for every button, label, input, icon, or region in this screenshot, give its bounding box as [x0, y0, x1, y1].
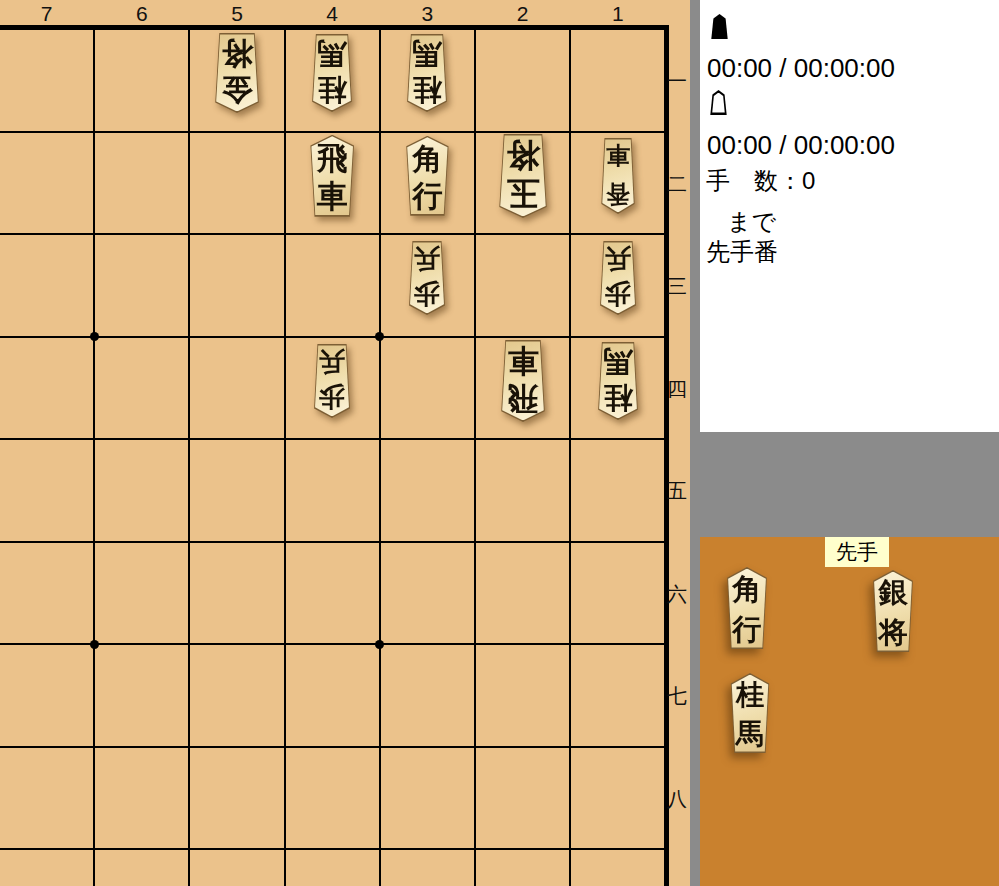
board-square-5-5[interactable]	[189, 439, 284, 542]
piece-kanji: 桂馬	[301, 34, 363, 112]
board-square-6-2[interactable]	[94, 132, 189, 235]
gote-knight-piece[interactable]: 桂馬	[587, 342, 649, 420]
game-info-panel: 00:00 / 00:00:00 00:00 / 00:00:00 手 数：0 …	[700, 0, 999, 432]
move-count-label: 手 数：0	[706, 165, 815, 197]
board-square-4-5[interactable]	[285, 439, 380, 542]
star-point	[90, 332, 99, 341]
board-square-7-7[interactable]	[0, 644, 94, 747]
board-square-4-3[interactable]	[285, 234, 380, 337]
sente-piece-icon	[709, 14, 730, 39]
board-square-5-7[interactable]	[189, 644, 284, 747]
piece-kanji: 玉将	[486, 134, 560, 218]
sente-clock: 00:00 / 00:00:00	[707, 53, 895, 84]
file-label-2: 2	[508, 2, 538, 26]
sente-komadai: 先手 角行銀将桂馬	[700, 537, 999, 886]
piece-kanji: 桂馬	[396, 34, 458, 112]
board-square-2-8[interactable]	[475, 747, 570, 850]
rank-label-4: 四	[664, 376, 690, 403]
piece-kanji: 金将	[203, 33, 271, 113]
board-square-5-8[interactable]	[189, 747, 284, 850]
sente-bishop-piece[interactable]: 角行	[394, 136, 460, 216]
board-square-1-9[interactable]	[570, 849, 665, 886]
board-square-3-5[interactable]	[380, 439, 475, 542]
file-label-7: 7	[32, 2, 62, 26]
board-square-7-9[interactable]	[0, 849, 94, 886]
gote-king-piece[interactable]: 玉将	[486, 134, 560, 218]
file-label-6: 6	[127, 2, 157, 26]
board-square-4-8[interactable]	[285, 747, 380, 850]
board-square-5-3[interactable]	[189, 234, 284, 337]
board-square-6-7[interactable]	[94, 644, 189, 747]
board-square-7-5[interactable]	[0, 439, 94, 542]
board-square-5-4[interactable]	[189, 337, 284, 440]
board-square-1-1[interactable]	[570, 29, 665, 132]
sente-rook-piece[interactable]: 飛車	[298, 135, 366, 217]
board-square-6-6[interactable]	[94, 542, 189, 645]
piece-kanji: 飛車	[489, 340, 557, 422]
piece-kanji: 角行	[394, 136, 460, 216]
piece-kanji: 歩兵	[304, 344, 360, 418]
board-square-7-1[interactable]	[0, 29, 94, 132]
shogi-kifu-viewer: 7654321一二三四五六七八金将桂馬桂馬飛車角行玉将香車歩兵歩兵歩兵飛車桂馬 …	[0, 0, 999, 886]
board-square-6-3[interactable]	[94, 234, 189, 337]
rank-label-2: 二	[664, 171, 690, 198]
gote-clock: 00:00 / 00:00:00	[707, 130, 895, 161]
board-square-5-9[interactable]	[189, 849, 284, 886]
board-square-6-5[interactable]	[94, 439, 189, 542]
board-square-5-2[interactable]	[189, 132, 284, 235]
gote-knight-piece[interactable]: 桂馬	[396, 34, 458, 112]
sente-silver-piece[interactable]: 銀将	[862, 570, 924, 652]
board-square-6-4[interactable]	[94, 337, 189, 440]
file-label-5: 5	[222, 2, 252, 26]
board-square-2-6[interactable]	[475, 542, 570, 645]
file-label-3: 3	[412, 2, 442, 26]
rank-label-1: 一	[664, 68, 690, 95]
sente-bishop-piece[interactable]: 角行	[716, 567, 778, 649]
made-label: まで	[727, 206, 776, 238]
board-square-2-3[interactable]	[475, 234, 570, 337]
gote-piece-icon	[708, 90, 729, 115]
board-square-3-4[interactable]	[380, 337, 475, 440]
rank-label-8: 八	[664, 786, 690, 813]
board-square-4-7[interactable]	[285, 644, 380, 747]
rank-label-7: 七	[664, 683, 690, 710]
rank-label-3: 三	[664, 273, 690, 300]
board-square-1-6[interactable]	[570, 542, 665, 645]
gote-pawn-piece[interactable]: 歩兵	[590, 241, 646, 315]
gote-rook-piece[interactable]: 飛車	[489, 340, 557, 422]
piece-kanji: 歩兵	[399, 241, 455, 315]
board-square-6-8[interactable]	[94, 747, 189, 850]
board-square-3-7[interactable]	[380, 644, 475, 747]
board-square-7-4[interactable]	[0, 337, 94, 440]
piece-kanji: 角行	[716, 567, 778, 649]
board-square-1-8[interactable]	[570, 747, 665, 850]
piece-kanji: 桂馬	[587, 342, 649, 420]
komadai-owner-label: 先手	[825, 537, 889, 567]
piece-kanji: 飛車	[298, 135, 366, 217]
board-square-3-8[interactable]	[380, 747, 475, 850]
piece-kanji: 歩兵	[590, 241, 646, 315]
piece-kanji: 桂馬	[720, 673, 780, 753]
board-square-7-2[interactable]	[0, 132, 94, 235]
sente-knight-piece[interactable]: 桂馬	[720, 673, 780, 753]
rank-label-5: 五	[664, 478, 690, 505]
gote-knight-piece[interactable]: 桂馬	[301, 34, 363, 112]
board-square-1-7[interactable]	[570, 644, 665, 747]
board-square-7-6[interactable]	[0, 542, 94, 645]
file-label-4: 4	[317, 2, 347, 26]
turn-indicator: 先手番	[706, 236, 778, 268]
gote-lance-piece[interactable]: 香車	[592, 138, 644, 214]
gote-pawn-piece[interactable]: 歩兵	[304, 344, 360, 418]
star-point	[90, 640, 99, 649]
gote-pawn-piece[interactable]: 歩兵	[399, 241, 455, 315]
shogi-board: 7654321一二三四五六七八金将桂馬桂馬飛車角行玉将香車歩兵歩兵歩兵飛車桂馬	[0, 0, 690, 886]
board-square-4-9[interactable]	[285, 849, 380, 886]
board-square-2-7[interactable]	[475, 644, 570, 747]
board-square-3-9[interactable]	[380, 849, 475, 886]
gote-gold-piece[interactable]: 金将	[203, 33, 271, 113]
piece-kanji: 銀将	[862, 570, 924, 652]
board-square-4-6[interactable]	[285, 542, 380, 645]
board-square-6-9[interactable]	[94, 849, 189, 886]
rank-label-6: 六	[664, 581, 690, 608]
board-square-7-3[interactable]	[0, 234, 94, 337]
board-square-1-5[interactable]	[570, 439, 665, 542]
file-label-1: 1	[603, 2, 633, 26]
star-point	[375, 640, 384, 649]
board-square-3-6[interactable]	[380, 542, 475, 645]
board-square-2-9[interactable]	[475, 849, 570, 886]
piece-kanji: 香車	[592, 138, 644, 214]
board-square-2-1[interactable]	[475, 29, 570, 132]
board-square-2-5[interactable]	[475, 439, 570, 542]
board-square-6-1[interactable]	[94, 29, 189, 132]
board-square-5-6[interactable]	[189, 542, 284, 645]
board-square-7-8[interactable]	[0, 747, 94, 850]
